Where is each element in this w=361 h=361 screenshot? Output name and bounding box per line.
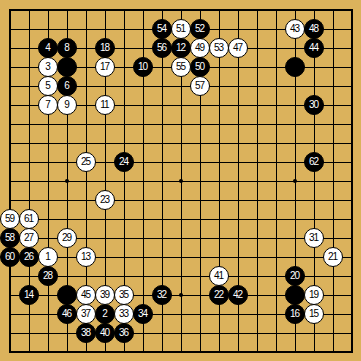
star-point (179, 179, 183, 183)
stone-white-55: 55 (171, 57, 191, 77)
stone-white-49: 49 (190, 38, 210, 58)
stone-black-8: 8 (57, 38, 77, 58)
move-number: 14 (24, 290, 33, 300)
move-number: 12 (176, 43, 185, 53)
stone-black-16: 16 (285, 304, 305, 324)
stone-black-60: 60 (0, 247, 20, 267)
move-number: 23 (100, 195, 109, 205)
move-number: 61 (24, 214, 33, 224)
move-number: 25 (81, 157, 90, 167)
move-number: 58 (5, 233, 14, 243)
move-number: 48 (309, 24, 318, 34)
grid-line-horizontal (10, 219, 353, 220)
move-number: 45 (81, 290, 90, 300)
move-number: 41 (214, 271, 223, 281)
stone-white-57: 57 (190, 76, 210, 96)
stone-black-46: 46 (57, 304, 77, 324)
stone-white-9: 9 (57, 95, 77, 115)
move-number: 19 (309, 290, 318, 300)
stone-white-3: 3 (38, 57, 58, 77)
move-number: 43 (290, 24, 299, 34)
stone-black-48: 48 (304, 19, 324, 39)
move-number: 7 (45, 100, 51, 110)
stone-white-43: 43 (285, 19, 305, 39)
grid-line-vertical (333, 10, 334, 353)
stone-white-7: 7 (38, 95, 58, 115)
move-number: 40 (100, 328, 109, 338)
move-number: 52 (195, 24, 204, 34)
go-board[interactable]: 1234567891011121314151617181920212223242… (0, 0, 361, 361)
stone-white-47: 47 (228, 38, 248, 58)
stone-white-35: 35 (114, 285, 134, 305)
move-number: 39 (100, 290, 109, 300)
stone-white-61: 61 (19, 209, 39, 229)
move-number: 13 (81, 252, 90, 262)
stone-black-34: 34 (133, 304, 153, 324)
move-number: 33 (119, 309, 128, 319)
stone-black-24: 24 (114, 152, 134, 172)
move-number: 8 (64, 43, 70, 53)
star-point (65, 179, 69, 183)
handicap-stone-black (285, 57, 305, 77)
move-number: 31 (309, 233, 318, 243)
star-point (179, 293, 183, 297)
move-number: 53 (214, 43, 223, 53)
stone-white-33: 33 (114, 304, 134, 324)
move-number: 6 (64, 81, 70, 91)
stone-black-18: 18 (95, 38, 115, 58)
move-number: 38 (81, 328, 90, 338)
stone-white-59: 59 (0, 209, 20, 229)
stone-black-44: 44 (304, 38, 324, 58)
move-number: 2 (102, 309, 108, 319)
move-number: 21 (328, 252, 337, 262)
move-number: 42 (233, 290, 242, 300)
stone-black-26: 26 (19, 247, 39, 267)
stone-black-12: 12 (171, 38, 191, 58)
handicap-stone-black (57, 57, 77, 77)
stone-white-21: 21 (323, 247, 343, 267)
stone-black-58: 58 (0, 228, 20, 248)
stone-black-56: 56 (152, 38, 172, 58)
move-number: 32 (157, 290, 166, 300)
move-number: 30 (309, 100, 318, 110)
stone-white-17: 17 (95, 57, 115, 77)
stone-black-28: 28 (38, 266, 58, 286)
stone-black-62: 62 (304, 152, 324, 172)
stone-black-6: 6 (57, 76, 77, 96)
move-number: 26 (24, 252, 33, 262)
move-number: 59 (5, 214, 14, 224)
stone-white-1: 1 (38, 247, 58, 267)
move-number: 54 (157, 24, 166, 34)
handicap-stone-black (57, 285, 77, 305)
stone-black-4: 4 (38, 38, 58, 58)
stone-white-51: 51 (171, 19, 191, 39)
move-number: 29 (62, 233, 71, 243)
move-number: 9 (64, 100, 70, 110)
move-number: 18 (100, 43, 109, 53)
stone-black-30: 30 (304, 95, 324, 115)
stone-black-36: 36 (114, 323, 134, 343)
move-number: 15 (309, 309, 318, 319)
grid-line-horizontal (10, 333, 353, 334)
move-number: 10 (138, 62, 147, 72)
stone-black-10: 10 (133, 57, 153, 77)
move-number: 37 (81, 309, 90, 319)
move-number: 46 (62, 309, 71, 319)
move-number: 17 (100, 62, 109, 72)
move-number: 5 (45, 81, 51, 91)
grid-line-horizontal (10, 200, 353, 201)
stone-white-45: 45 (76, 285, 96, 305)
stone-black-20: 20 (285, 266, 305, 286)
stone-white-37: 37 (76, 304, 96, 324)
move-number: 22 (214, 290, 223, 300)
move-number: 16 (290, 309, 299, 319)
move-number: 56 (157, 43, 166, 53)
stone-black-22: 22 (209, 285, 229, 305)
move-number: 57 (195, 81, 204, 91)
stone-white-25: 25 (76, 152, 96, 172)
stone-black-42: 42 (228, 285, 248, 305)
move-number: 51 (176, 24, 185, 34)
move-number: 24 (119, 157, 128, 167)
stone-white-39: 39 (95, 285, 115, 305)
star-point (293, 179, 297, 183)
stone-black-54: 54 (152, 19, 172, 39)
stone-black-50: 50 (190, 57, 210, 77)
move-number: 11 (100, 100, 108, 110)
move-number: 60 (5, 252, 14, 262)
stone-white-5: 5 (38, 76, 58, 96)
stone-black-52: 52 (190, 19, 210, 39)
stone-white-15: 15 (304, 304, 324, 324)
move-number: 36 (119, 328, 128, 338)
stone-black-32: 32 (152, 285, 172, 305)
move-number: 47 (233, 43, 242, 53)
stone-white-23: 23 (95, 190, 115, 210)
move-number: 62 (309, 157, 318, 167)
move-number: 27 (24, 233, 33, 243)
move-number: 3 (45, 62, 51, 72)
move-number: 20 (290, 271, 299, 281)
move-number: 49 (195, 43, 204, 53)
stone-black-38: 38 (76, 323, 96, 343)
move-number: 55 (176, 62, 185, 72)
move-number: 44 (309, 43, 318, 53)
grid-line-horizontal (10, 257, 353, 258)
stone-white-53: 53 (209, 38, 229, 58)
stone-black-2: 2 (95, 304, 115, 324)
handicap-stone-black (285, 285, 305, 305)
stone-black-40: 40 (95, 323, 115, 343)
stone-black-14: 14 (19, 285, 39, 305)
move-number: 1 (45, 252, 51, 262)
move-number: 28 (43, 271, 52, 281)
move-number: 34 (138, 309, 147, 319)
stone-white-27: 27 (19, 228, 39, 248)
grid-line-vertical (276, 10, 277, 353)
stone-white-19: 19 (304, 285, 324, 305)
grid-line-vertical (257, 10, 258, 353)
stone-white-41: 41 (209, 266, 229, 286)
move-number: 4 (45, 43, 51, 53)
stone-white-11: 11 (95, 95, 115, 115)
stone-white-13: 13 (76, 247, 96, 267)
stone-white-29: 29 (57, 228, 77, 248)
move-number: 35 (119, 290, 128, 300)
move-number: 50 (195, 62, 204, 72)
stone-white-31: 31 (304, 228, 324, 248)
